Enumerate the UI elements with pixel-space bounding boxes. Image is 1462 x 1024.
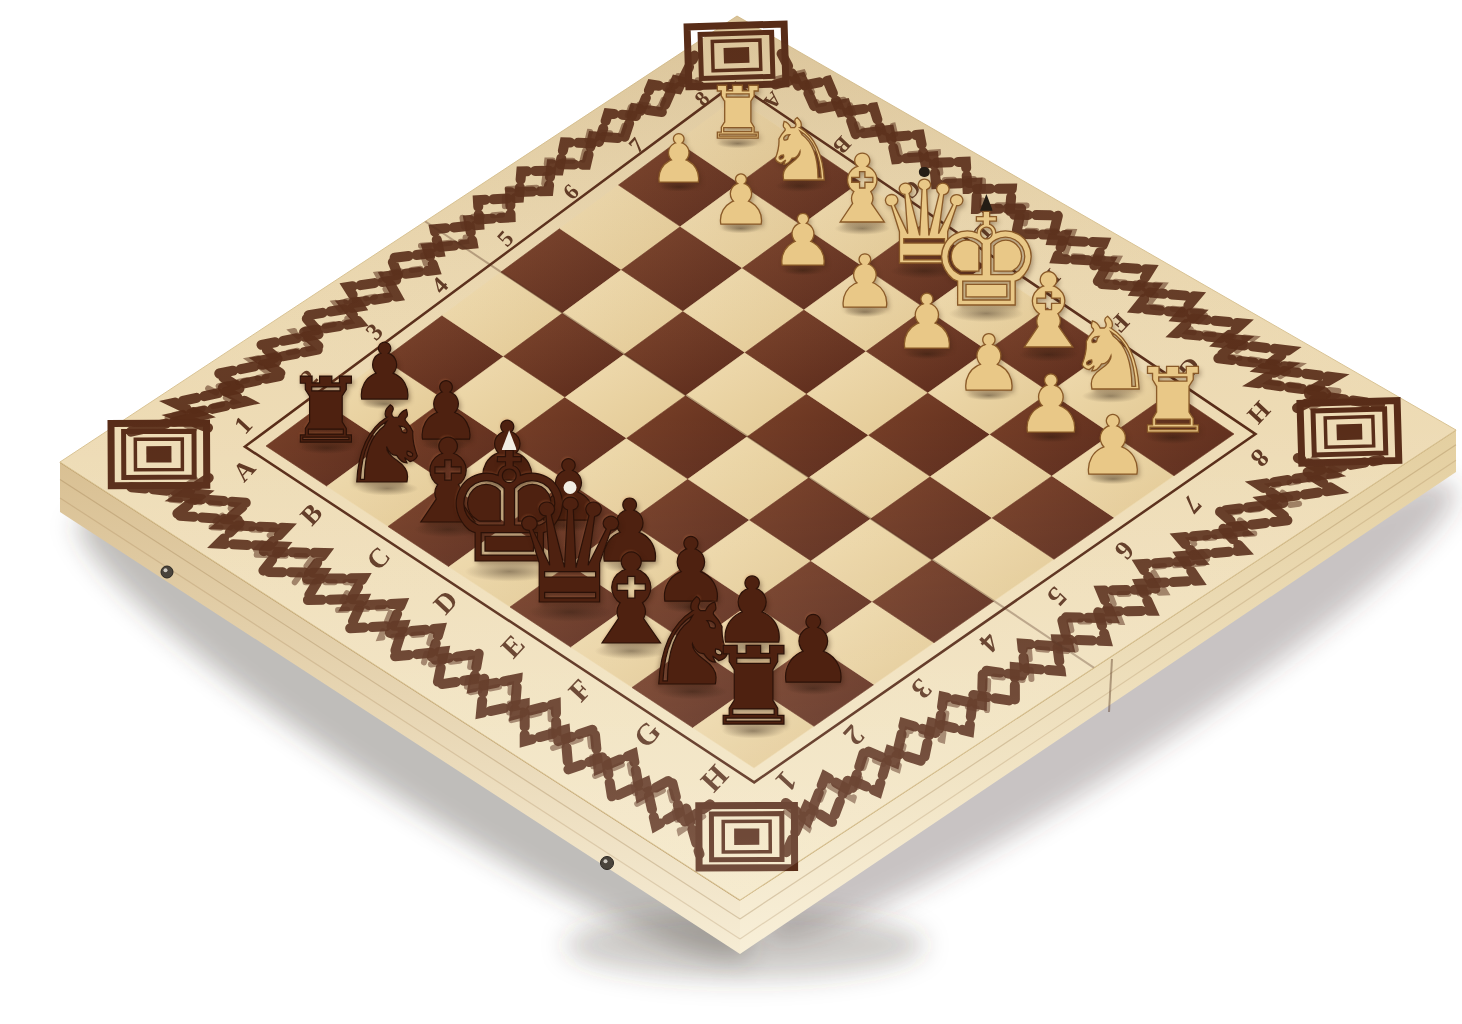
- piece-light-pawn[interactable]: ♟: [1072, 409, 1154, 483]
- screw-1: [161, 566, 173, 578]
- piece-shadow: [1081, 472, 1145, 487]
- piece-shadow: [836, 305, 893, 318]
- piece-shadow: [775, 264, 830, 277]
- corner-motif-bottom: [699, 805, 795, 868]
- queen-finial: [564, 481, 577, 494]
- corner-motif-left: [111, 423, 207, 486]
- screw-2: [601, 857, 614, 870]
- piece-shadow: [898, 347, 957, 361]
- piece-light-pawn[interactable]: ♟: [707, 170, 776, 232]
- piece-dark-rook[interactable]: ♜: [700, 639, 808, 736]
- piece-shadow: [653, 181, 705, 193]
- corner-motif-right: [1300, 401, 1399, 464]
- chess-set-photo: 12345678ABCDEFGHABCDEFGH12345678 ♜♞♟♝♟♛♟…: [0, 0, 1462, 1024]
- piece-shadow: [959, 389, 1019, 403]
- piece-light-pawn[interactable]: ♟: [646, 130, 712, 190]
